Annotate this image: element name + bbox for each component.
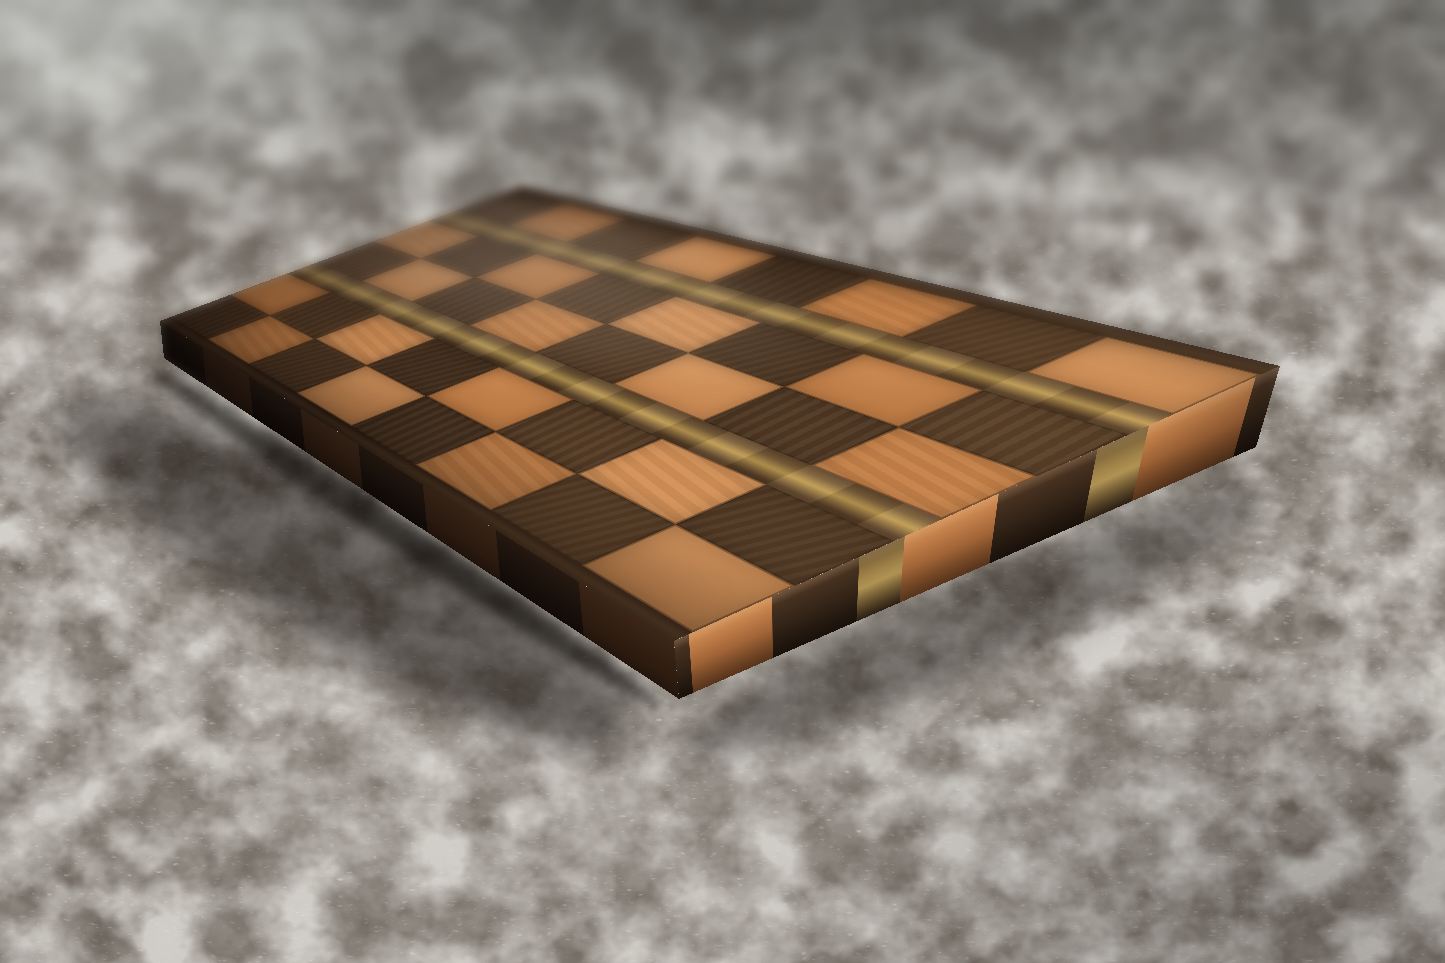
photo-scene xyxy=(0,0,1445,963)
